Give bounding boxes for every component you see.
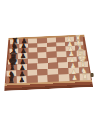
brass-clasp — [91, 73, 94, 77]
board-square — [27, 76, 38, 83]
board-squares: ♜♟♟♜♞♟♟♞♝♟♟♝♛♟♟♛♚♟♟♚♝♟♟♝♞♟♟♞♜♟♟♜ — [2, 36, 93, 84]
chess-board: ♜♟♟♜♞♟♟♞♝♟♟♝♛♟♟♛♚♟♟♚♝♟♟♝♞♟♟♞♜♟♟♜ — [2, 34, 93, 91]
product-photo-chess-set: ♜♟♟♜♞♟♟♞♝♟♟♝♛♟♟♛♚♟♟♚♝♟♟♝♞♟♟♞♜♟♟♜ — [0, 0, 95, 126]
board-square: ♟ — [69, 74, 80, 81]
board-square — [48, 75, 59, 82]
board-square — [59, 75, 70, 82]
board-square — [37, 75, 48, 82]
piece-white-pawn: ♟ — [72, 75, 78, 82]
board-square: ♜ — [80, 74, 91, 81]
board-square: ♜ — [6, 77, 17, 84]
piece-black-rook: ♜ — [8, 77, 15, 85]
chess-set-scene: ♜♟♟♜♞♟♟♞♝♟♟♝♛♟♟♛♚♟♟♚♝♟♟♝♞♟♟♞♜♟♟♜ — [2, 34, 93, 91]
board-square: ♟ — [16, 76, 27, 83]
piece-white-rook: ♜ — [82, 73, 89, 81]
piece-black-pawn: ♟ — [19, 77, 25, 84]
